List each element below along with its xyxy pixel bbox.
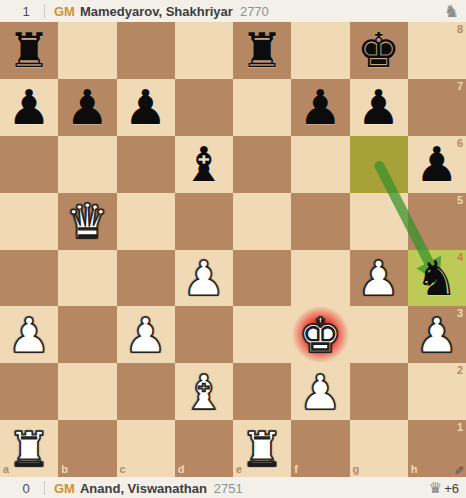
piece-black-king[interactable]: ♚ xyxy=(350,22,408,79)
square-b8[interactable] xyxy=(58,22,116,79)
top-player-bar: 1 GM Mamedyarov, Shakhriyar 2770 ♞ xyxy=(0,0,466,22)
square-a1[interactable]: ♜a xyxy=(0,420,58,477)
square-f6[interactable] xyxy=(291,136,349,193)
separator xyxy=(44,4,45,18)
square-b5[interactable]: ♛ xyxy=(58,193,116,250)
edit-pencil-icon[interactable]: ✎ xyxy=(454,465,464,477)
square-b6[interactable] xyxy=(58,136,116,193)
square-g6[interactable] xyxy=(350,136,408,193)
square-e5[interactable] xyxy=(233,193,291,250)
square-a6[interactable] xyxy=(0,136,58,193)
piece-black-pawn[interactable]: ♟ xyxy=(408,136,466,193)
coord-rank-2: 2 xyxy=(457,365,463,376)
piece-white-pawn[interactable]: ♟ xyxy=(0,306,58,363)
square-b4[interactable] xyxy=(58,250,116,307)
piece-black-bishop[interactable]: ♝ xyxy=(175,136,233,193)
piece-black-rook[interactable]: ♜ xyxy=(233,22,291,79)
square-d1[interactable]: d xyxy=(175,420,233,477)
square-d8[interactable] xyxy=(175,22,233,79)
piece-white-pawn[interactable]: ♟ xyxy=(291,363,349,420)
square-a7[interactable]: ♟ xyxy=(0,79,58,136)
black-knight-icon[interactable]: ♞ xyxy=(444,3,459,20)
square-b1[interactable]: b xyxy=(58,420,116,477)
square-c7[interactable]: ♟ xyxy=(117,79,175,136)
square-d7[interactable] xyxy=(175,79,233,136)
square-a8[interactable]: ♜ xyxy=(0,22,58,79)
square-f1[interactable]: f xyxy=(291,420,349,477)
square-f7[interactable]: ♟ xyxy=(291,79,349,136)
square-d5[interactable] xyxy=(175,193,233,250)
square-h7[interactable]: 7 xyxy=(408,79,466,136)
material-advantage: +6 xyxy=(444,481,459,496)
square-e4[interactable] xyxy=(233,250,291,307)
coord-file-g: g xyxy=(353,464,360,475)
piece-white-pawn[interactable]: ♟ xyxy=(175,250,233,307)
piece-black-pawn[interactable]: ♟ xyxy=(58,79,116,136)
square-c1[interactable]: c xyxy=(117,420,175,477)
square-e2[interactable] xyxy=(233,363,291,420)
square-h4[interactable]: ♞4 xyxy=(408,250,466,307)
square-d4[interactable]: ♟ xyxy=(175,250,233,307)
top-player-title: GM xyxy=(54,4,75,19)
square-g8[interactable]: ♚ xyxy=(350,22,408,79)
bottom-player-rating: 2751 xyxy=(214,481,243,496)
coord-file-h: h xyxy=(411,464,418,475)
square-c3[interactable]: ♟ xyxy=(117,306,175,363)
square-e3[interactable] xyxy=(233,306,291,363)
square-a4[interactable] xyxy=(0,250,58,307)
square-b3[interactable] xyxy=(58,306,116,363)
square-g7[interactable]: ♟ xyxy=(350,79,408,136)
piece-white-pawn[interactable]: ♟ xyxy=(408,306,466,363)
square-a5[interactable] xyxy=(0,193,58,250)
bottom-bar-right: ♛ +6 xyxy=(429,481,459,496)
piece-white-king[interactable]: ♚ xyxy=(291,306,349,363)
square-f8[interactable] xyxy=(291,22,349,79)
square-g5[interactable] xyxy=(350,193,408,250)
bottom-player-bar: 0 GM Anand, Viswanathan 2751 ♛ +6 xyxy=(0,477,466,498)
square-e6[interactable] xyxy=(233,136,291,193)
square-g2[interactable] xyxy=(350,363,408,420)
square-d2[interactable]: ♝ xyxy=(175,363,233,420)
square-g1[interactable]: g xyxy=(350,420,408,477)
chess-board: ♜♜♚8♟♟♟♟♟7♝♟6♛5♟♟♞4♟♟♚♟3♝♟2♜abcd♜efgh1 ✎ xyxy=(0,22,466,477)
square-d3[interactable] xyxy=(175,306,233,363)
bottom-player-score: 0 xyxy=(16,481,36,496)
square-b7[interactable]: ♟ xyxy=(58,79,116,136)
white-queen-material-icon: ♛ xyxy=(429,481,442,496)
coord-rank-5: 5 xyxy=(457,195,463,206)
square-a2[interactable] xyxy=(0,363,58,420)
bottom-player-name: Anand, Viswanathan xyxy=(80,481,207,496)
top-bar-right: ♞ xyxy=(444,3,459,20)
square-f4[interactable] xyxy=(291,250,349,307)
piece-black-pawn[interactable]: ♟ xyxy=(117,79,175,136)
square-d6[interactable]: ♝ xyxy=(175,136,233,193)
top-player-name: Mamedyarov, Shakhriyar xyxy=(80,4,233,19)
piece-white-bishop[interactable]: ♝ xyxy=(175,363,233,420)
piece-white-rook[interactable]: ♜ xyxy=(233,420,291,477)
square-b2[interactable] xyxy=(58,363,116,420)
piece-white-queen[interactable]: ♛ xyxy=(58,193,116,250)
coord-file-b: b xyxy=(61,464,68,475)
bottom-player-title: GM xyxy=(54,481,75,496)
coord-rank-1: 1 xyxy=(457,422,463,433)
square-e1[interactable]: ♜e xyxy=(233,420,291,477)
piece-white-pawn[interactable]: ♟ xyxy=(350,250,408,307)
coord-file-f: f xyxy=(294,464,298,475)
chess-app: 1 GM Mamedyarov, Shakhriyar 2770 ♞ ♜♜♚8♟… xyxy=(0,0,466,498)
square-h6[interactable]: ♟6 xyxy=(408,136,466,193)
square-h8[interactable]: 8 xyxy=(408,22,466,79)
piece-black-knight[interactable]: ♞ xyxy=(408,250,466,307)
board-grid: ♜♜♚8♟♟♟♟♟7♝♟6♛5♟♟♞4♟♟♚♟3♝♟2♜abcd♜efgh1 xyxy=(0,22,466,477)
square-h2[interactable]: 2 xyxy=(408,363,466,420)
top-player-score: 1 xyxy=(16,4,36,19)
piece-black-pawn[interactable]: ♟ xyxy=(0,79,58,136)
piece-white-rook[interactable]: ♜ xyxy=(0,420,58,477)
piece-white-pawn[interactable]: ♟ xyxy=(117,306,175,363)
top-player-rating: 2770 xyxy=(240,4,269,19)
coord-rank-8: 8 xyxy=(457,24,463,35)
square-g4[interactable]: ♟ xyxy=(350,250,408,307)
coord-rank-7: 7 xyxy=(457,81,463,92)
square-c2[interactable] xyxy=(117,363,175,420)
square-c4[interactable] xyxy=(117,250,175,307)
square-e7[interactable] xyxy=(233,79,291,136)
square-c8[interactable] xyxy=(117,22,175,79)
coord-file-d: d xyxy=(178,464,185,475)
piece-black-pawn[interactable]: ♟ xyxy=(291,79,349,136)
square-g3[interactable] xyxy=(350,306,408,363)
piece-black-rook[interactable]: ♜ xyxy=(0,22,58,79)
square-e8[interactable]: ♜ xyxy=(233,22,291,79)
square-f3[interactable]: ♚ xyxy=(291,306,349,363)
square-a3[interactable]: ♟ xyxy=(0,306,58,363)
square-h5[interactable]: 5 xyxy=(408,193,466,250)
square-f2[interactable]: ♟ xyxy=(291,363,349,420)
square-h3[interactable]: ♟3 xyxy=(408,306,466,363)
square-c6[interactable] xyxy=(117,136,175,193)
piece-black-pawn[interactable]: ♟ xyxy=(350,79,408,136)
separator xyxy=(44,481,45,495)
square-f5[interactable] xyxy=(291,193,349,250)
coord-file-c: c xyxy=(120,464,126,475)
square-c5[interactable] xyxy=(117,193,175,250)
